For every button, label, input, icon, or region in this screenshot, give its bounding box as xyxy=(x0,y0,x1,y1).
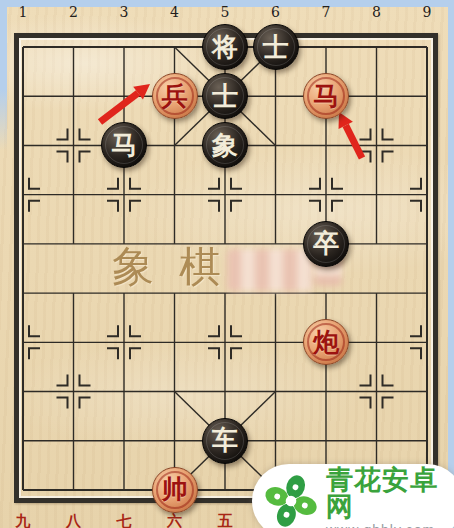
piece-black-elephant[interactable]: 象 xyxy=(202,122,248,168)
piece-black-horse[interactable]: 马 xyxy=(101,122,147,168)
piece-black-advisor[interactable]: 士 xyxy=(253,24,299,70)
piece-red-horse[interactable]: 马 xyxy=(303,73,349,119)
piece-black-advisor[interactable]: 士 xyxy=(202,73,248,119)
piece-black-chariot[interactable]: 车 xyxy=(202,418,248,464)
qhhlv-logo-icon xyxy=(262,472,320,528)
piece-black-soldier[interactable]: 卒 xyxy=(303,221,349,267)
site-watermark-logo: 青花安卓网 www.qhhlv.com xyxy=(252,464,454,528)
piece-black-general[interactable]: 将 xyxy=(202,24,248,70)
piece-red-cannon[interactable]: 炮 xyxy=(303,319,349,365)
pieces-layer: 将士兵士马马象卒炮车帅 xyxy=(0,0,454,528)
piece-red-soldier[interactable]: 兵 xyxy=(152,73,198,119)
site-url: www.qhhlv.com xyxy=(326,523,454,528)
xiangqi-app-screen: 123456789 九八七六五四三二一 象棋 将士兵士马马象卒炮车帅 青花安卓网… xyxy=(0,0,454,528)
site-name: 青花安卓网 xyxy=(326,466,454,520)
piece-red-general[interactable]: 帅 xyxy=(152,467,198,513)
